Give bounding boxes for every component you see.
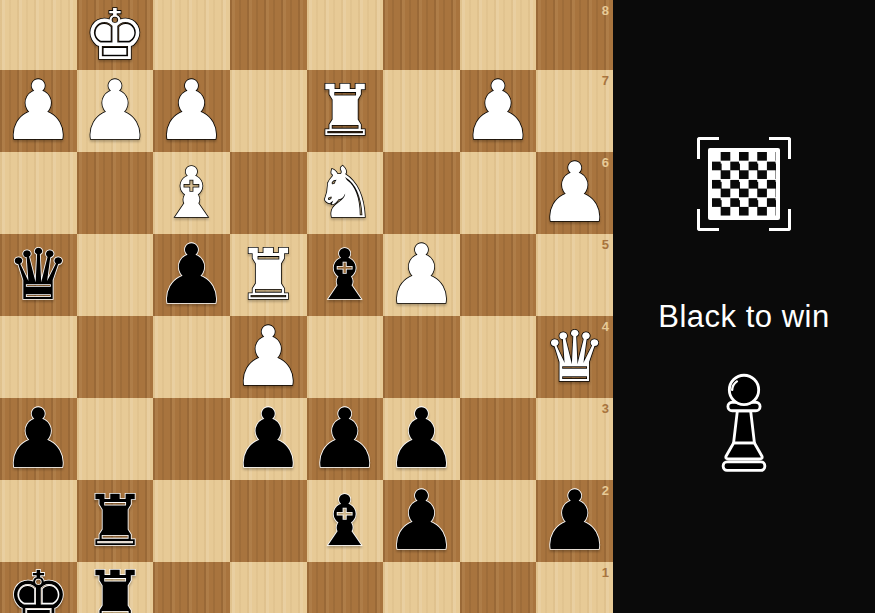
square-b8[interactable]: ♚ — [77, 0, 154, 70]
square-f1[interactable]: f — [383, 562, 460, 613]
white-pawn[interactable]: ♟ — [155, 70, 229, 152]
square-e7[interactable]: ♜ — [307, 70, 384, 152]
square-b7[interactable]: ♟ — [77, 70, 154, 152]
square-e5[interactable]: ♝ — [307, 234, 384, 316]
rank-label-8: 8 — [602, 4, 609, 17]
square-f2[interactable]: ♟ — [383, 480, 460, 562]
black-rook[interactable]: ♜ — [84, 486, 147, 556]
square-a7[interactable]: ♟ — [0, 70, 77, 152]
black-rook[interactable]: ♜ — [84, 562, 147, 613]
chess-puzzle-app: ♚8♟♟♟♜♟7♝♞6♟♛♟♜♝♟5♟4♛♟♟♟♟3♜♝♟2♟a♚b♜cdefg… — [0, 0, 875, 613]
black-pawn[interactable]: ♟ — [385, 480, 459, 562]
rank-label-3: 3 — [602, 402, 609, 415]
white-rook[interactable]: ♜ — [237, 240, 300, 310]
square-b5[interactable] — [77, 234, 154, 316]
white-pawn[interactable]: ♟ — [2, 70, 76, 152]
square-g8[interactable] — [460, 0, 537, 70]
square-e6[interactable]: ♞ — [307, 152, 384, 234]
white-pawn[interactable]: ♟ — [231, 316, 305, 398]
square-d8[interactable] — [230, 0, 307, 70]
black-pawn-icon — [715, 371, 773, 477]
black-king[interactable]: ♚ — [7, 562, 70, 613]
square-b6[interactable] — [77, 152, 154, 234]
square-c7[interactable]: ♟ — [153, 70, 230, 152]
black-queen[interactable]: ♛ — [7, 240, 70, 310]
square-h8[interactable]: 8 — [536, 0, 613, 70]
square-a8[interactable] — [0, 0, 77, 70]
square-d7[interactable] — [230, 70, 307, 152]
black-pawn[interactable]: ♟ — [231, 398, 305, 480]
square-d4[interactable]: ♟ — [230, 316, 307, 398]
white-pawn[interactable]: ♟ — [385, 234, 459, 316]
square-h6[interactable]: 6♟ — [536, 152, 613, 234]
square-d6[interactable] — [230, 152, 307, 234]
square-a4[interactable] — [0, 316, 77, 398]
square-a5[interactable]: ♛ — [0, 234, 77, 316]
square-a1[interactable]: a♚ — [0, 562, 77, 613]
black-pawn[interactable]: ♟ — [308, 398, 382, 480]
square-a6[interactable] — [0, 152, 77, 234]
square-g6[interactable] — [460, 152, 537, 234]
rank-label-5: 5 — [602, 238, 609, 251]
square-c8[interactable] — [153, 0, 230, 70]
board-scan-icon — [697, 137, 791, 231]
white-pawn[interactable]: ♟ — [538, 152, 612, 234]
black-pawn[interactable]: ♟ — [155, 234, 229, 316]
white-pawn[interactable]: ♟ — [461, 70, 535, 152]
square-h3[interactable]: 3 — [536, 398, 613, 480]
square-c2[interactable] — [153, 480, 230, 562]
square-f7[interactable] — [383, 70, 460, 152]
black-pawn[interactable]: ♟ — [2, 398, 76, 480]
white-queen[interactable]: ♛ — [543, 322, 606, 392]
square-e8[interactable] — [307, 0, 384, 70]
square-g3[interactable] — [460, 398, 537, 480]
square-f8[interactable] — [383, 0, 460, 70]
mini-board-icon — [708, 148, 780, 220]
square-g1[interactable]: g — [460, 562, 537, 613]
white-king[interactable]: ♚ — [84, 0, 147, 70]
rank-label-7: 7 — [602, 74, 609, 87]
square-g7[interactable]: ♟ — [460, 70, 537, 152]
black-pawn[interactable]: ♟ — [385, 398, 459, 480]
square-e1[interactable]: e — [307, 562, 384, 613]
white-pawn[interactable]: ♟ — [78, 70, 152, 152]
rank-label-1: 1 — [602, 566, 609, 579]
square-d5[interactable]: ♜ — [230, 234, 307, 316]
square-h5[interactable]: 5 — [536, 234, 613, 316]
square-e2[interactable]: ♝ — [307, 480, 384, 562]
square-e4[interactable] — [307, 316, 384, 398]
square-b3[interactable] — [77, 398, 154, 480]
black-pawn[interactable]: ♟ — [538, 480, 612, 562]
white-knight[interactable]: ♞ — [313, 158, 376, 228]
white-bishop[interactable]: ♝ — [160, 158, 223, 228]
square-g2[interactable] — [460, 480, 537, 562]
sidebar: Black to win — [613, 0, 875, 613]
board-grid: ♚8♟♟♟♜♟7♝♞6♟♛♟♜♝♟5♟4♛♟♟♟♟3♜♝♟2♟a♚b♜cdefg… — [0, 0, 613, 613]
square-f5[interactable]: ♟ — [383, 234, 460, 316]
square-c4[interactable] — [153, 316, 230, 398]
square-d2[interactable] — [230, 480, 307, 562]
square-g5[interactable] — [460, 234, 537, 316]
square-b1[interactable]: b♜ — [77, 562, 154, 613]
black-bishop[interactable]: ♝ — [313, 486, 376, 556]
square-h1[interactable]: 1h — [536, 562, 613, 613]
square-c1[interactable]: c — [153, 562, 230, 613]
square-a3[interactable]: ♟ — [0, 398, 77, 480]
square-c5[interactable]: ♟ — [153, 234, 230, 316]
square-c6[interactable]: ♝ — [153, 152, 230, 234]
square-f3[interactable]: ♟ — [383, 398, 460, 480]
square-h4[interactable]: 4♛ — [536, 316, 613, 398]
square-d1[interactable]: d — [230, 562, 307, 613]
square-h2[interactable]: 2♟ — [536, 480, 613, 562]
square-e3[interactable]: ♟ — [307, 398, 384, 480]
white-rook[interactable]: ♜ — [313, 76, 376, 146]
square-b4[interactable] — [77, 316, 154, 398]
chess-board: ♚8♟♟♟♜♟7♝♞6♟♛♟♜♝♟5♟4♛♟♟♟♟3♜♝♟2♟a♚b♜cdefg… — [0, 0, 613, 613]
square-d3[interactable]: ♟ — [230, 398, 307, 480]
square-b2[interactable]: ♜ — [77, 480, 154, 562]
square-f6[interactable] — [383, 152, 460, 234]
square-c3[interactable] — [153, 398, 230, 480]
square-h7[interactable]: 7 — [536, 70, 613, 152]
puzzle-prompt: Black to win — [658, 299, 829, 335]
square-f4[interactable] — [383, 316, 460, 398]
square-a2[interactable] — [0, 480, 77, 562]
square-g4[interactable] — [460, 316, 537, 398]
black-bishop[interactable]: ♝ — [313, 240, 376, 310]
